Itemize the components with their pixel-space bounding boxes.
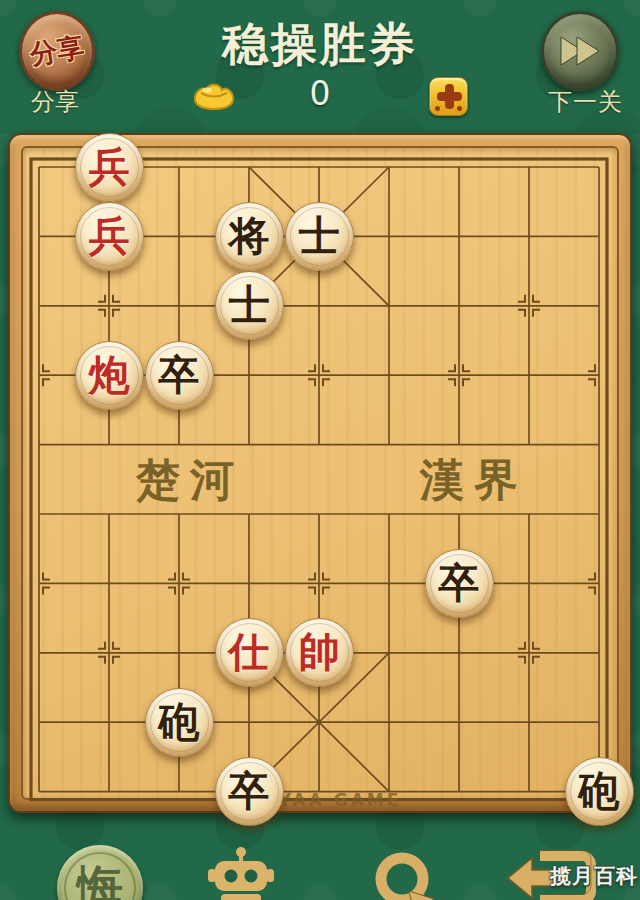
share-caption: 分享 [31, 86, 79, 118]
piece-face: 卒 [145, 341, 214, 410]
piece-face: 帥 [285, 618, 354, 687]
piece-black-卒[interactable]: 卒 [424, 549, 494, 618]
piece-face: 士 [215, 271, 284, 340]
restart-button[interactable] [371, 851, 435, 900]
piece-black-卒[interactable]: 卒 [214, 757, 284, 826]
piece-red-帥[interactable]: 帥 [284, 618, 354, 687]
hint-robot-button[interactable] [207, 846, 275, 900]
piece-red-炮[interactable]: 炮 [74, 340, 144, 409]
piece-face: 砲 [565, 757, 634, 826]
fast-forward-icon [559, 35, 601, 67]
robot-icon [207, 846, 275, 900]
xiangqi-board: 楚河 漢界 OYAA GAME 兵兵将士士炮卒卒仕帥砲卒砲 [8, 133, 632, 813]
piece-black-砲[interactable]: 砲 [564, 757, 634, 826]
app: 分享 分享 稳操胜券 0 下一关 楚河 [0, 0, 640, 900]
piece-face: 兵 [75, 133, 144, 202]
site-watermark: 揽月百科 [550, 862, 638, 890]
next-level-button[interactable] [541, 11, 619, 91]
gold-ingot-icon [191, 80, 237, 112]
add-coins-button[interactable] [429, 77, 468, 116]
piece-face: 仕 [215, 618, 284, 687]
coin-count: 0 [285, 74, 355, 113]
piece-face: 将 [215, 202, 284, 271]
piece-red-兵[interactable]: 兵 [74, 202, 144, 271]
piece-red-兵[interactable]: 兵 [74, 132, 144, 201]
board-grid: 兵兵将士士炮卒卒仕帥砲卒砲 [4, 132, 634, 826]
undo-coin-label: 悔 [77, 857, 123, 900]
piece-face: 砲 [145, 688, 214, 757]
piece-black-将[interactable]: 将 [214, 202, 284, 271]
piece-face: 卒 [215, 757, 284, 826]
piece-face: 兵 [75, 202, 144, 271]
piece-black-卒[interactable]: 卒 [144, 340, 214, 409]
piece-red-仕[interactable]: 仕 [214, 618, 284, 687]
restart-icon [371, 851, 435, 900]
piece-face: 卒 [425, 549, 494, 618]
undo-button[interactable]: 悔 [57, 845, 143, 900]
piece-face: 士 [285, 202, 354, 271]
piece-face: 炮 [75, 341, 144, 410]
piece-black-砲[interactable]: 砲 [144, 687, 214, 756]
piece-black-士[interactable]: 士 [214, 271, 284, 340]
next-level-caption: 下一关 [548, 86, 623, 118]
piece-black-士[interactable]: 士 [284, 202, 354, 271]
